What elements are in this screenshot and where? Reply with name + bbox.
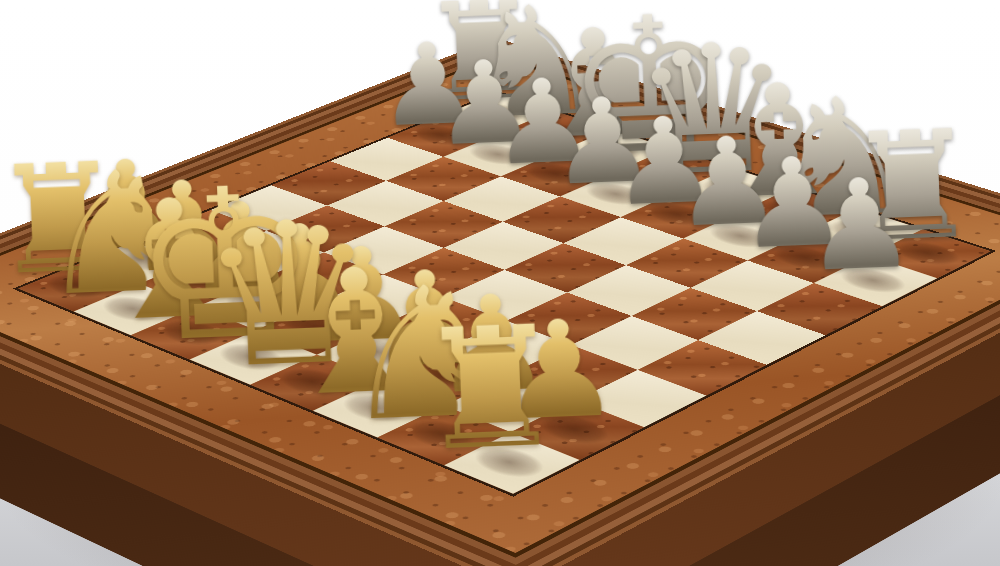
camera-tilt: ♜♞♝♚♛♝♞♜♟♟♟♟♟♟♟♟♟♟♟♟♟♟♟♟♜♞♝♚♛♝♞♜ xyxy=(0,0,1000,566)
black-pawn-glyph: ♟ xyxy=(746,159,975,292)
white-rook-glyph: ♜ xyxy=(364,302,616,477)
product-photo-scene: ♜♞♝♚♛♝♞♜♟♟♟♟♟♟♟♟♟♟♟♟♟♟♟♟♜♞♝♚♛♝♞♜ xyxy=(0,0,1000,566)
chess-case: ♜♞♝♚♛♝♞♜♟♟♟♟♟♟♟♟♟♟♟♟♟♟♟♟♜♞♝♚♛♝♞♜ xyxy=(0,38,1000,566)
